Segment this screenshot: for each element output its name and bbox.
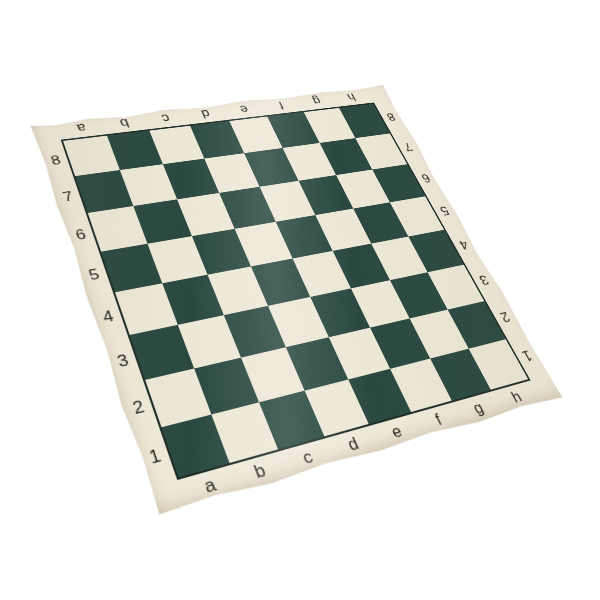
photo-background: abcdefgh abcdefgh 87654321 87654321 <box>0 0 600 600</box>
chessboard-mat: abcdefgh abcdefgh 87654321 87654321 <box>30 85 563 517</box>
